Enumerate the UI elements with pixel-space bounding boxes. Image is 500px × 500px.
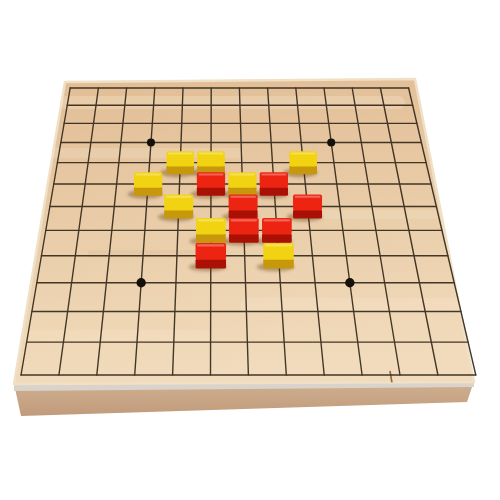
- cube-top-highlight: [136, 173, 161, 175]
- cube-top-highlight: [264, 219, 291, 221]
- cube-top-highlight: [198, 173, 223, 175]
- star-point-c10r4: [327, 138, 335, 146]
- cube-red-c7r7[interactable]: [229, 194, 258, 218]
- cube-top-highlight: [261, 173, 286, 175]
- cube-front-face: [228, 187, 256, 196]
- cube-red-c8r6[interactable]: [260, 172, 288, 195]
- cube-red-c8r8[interactable]: [262, 218, 292, 243]
- cube-red-c6r9[interactable]: [196, 243, 226, 268]
- cube-front-face: [293, 209, 322, 218]
- cube-front-face: [262, 233, 292, 242]
- star-point-c10r10: [345, 278, 354, 287]
- cube-top-highlight: [295, 196, 321, 198]
- cube-yellow-c5r5[interactable]: [166, 151, 194, 174]
- cube-yellow-c6r8[interactable]: [196, 218, 226, 243]
- product-photo-stage: [0, 0, 500, 500]
- cube-yellow-c7r6[interactable]: [228, 172, 256, 195]
- cube-red-c7r8[interactable]: [229, 218, 259, 243]
- star-point-c4r4: [147, 138, 155, 146]
- cube-front-face: [289, 165, 317, 174]
- cube-front-face: [196, 233, 226, 242]
- cube-front-face: [134, 187, 162, 196]
- wood-grain-streak: [300, 210, 450, 219]
- cube-red-c9r7[interactable]: [293, 194, 322, 218]
- cube-yellow-c9r5[interactable]: [289, 151, 317, 174]
- cube-top-highlight: [197, 244, 224, 246]
- cube-front-face: [263, 259, 293, 269]
- cube-top-highlight: [265, 244, 292, 246]
- cube-front-face: [229, 209, 258, 218]
- cube-red-c6r6[interactable]: [197, 172, 225, 195]
- cube-front-face: [166, 165, 194, 174]
- cube-yellow-c6r5[interactable]: [197, 151, 225, 174]
- cube-top-highlight: [231, 219, 258, 221]
- cube-yellow-c4r6[interactable]: [134, 172, 162, 195]
- cube-top-highlight: [230, 196, 256, 198]
- cube-top-highlight: [230, 173, 255, 175]
- cube-front-face: [197, 187, 225, 196]
- cube-top-highlight: [199, 152, 223, 154]
- cube-top-highlight: [168, 152, 192, 154]
- board-photo: [0, 0, 500, 500]
- cube-yellow-c8r9[interactable]: [263, 243, 293, 268]
- cube-top-highlight: [198, 219, 225, 221]
- cube-yellow-c5r7[interactable]: [164, 194, 193, 218]
- cube-top-highlight: [291, 152, 315, 154]
- cube-top-highlight: [166, 196, 192, 198]
- cube-front-face: [229, 233, 259, 242]
- wood-grain-streak: [240, 298, 470, 313]
- wood-grain-streak: [22, 330, 212, 342]
- star-point-c4r10: [136, 278, 145, 287]
- cube-front-face: [260, 187, 288, 196]
- cube-front-face: [196, 259, 226, 269]
- cube-front-face: [164, 209, 193, 218]
